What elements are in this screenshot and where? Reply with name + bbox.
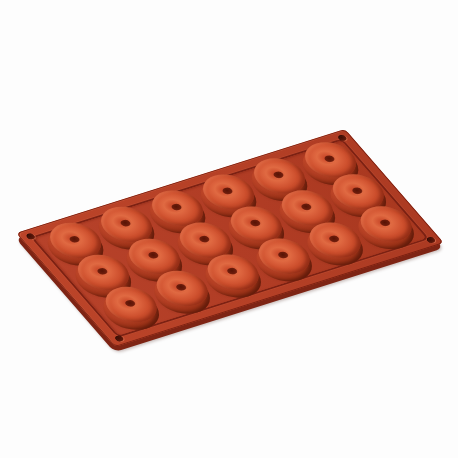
corner-eyelet-hole-right xyxy=(425,236,436,243)
corner-eyelet-hole-left xyxy=(24,233,35,240)
product-photo xyxy=(0,0,458,458)
corner-eyelet-hole-bottom xyxy=(113,335,124,342)
